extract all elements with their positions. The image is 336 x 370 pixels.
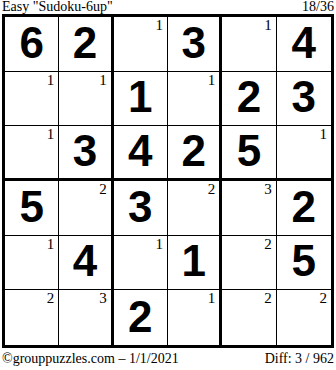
cell-r4c4[interactable]: 2 — [168, 181, 222, 236]
pencil-mark: 2 — [208, 181, 216, 198]
pencil-mark: 1 — [99, 72, 107, 89]
cell-r3c5[interactable]: 5 — [222, 126, 276, 181]
given-digit: 5 — [19, 185, 43, 229]
given-digit: 4 — [292, 21, 316, 65]
given-digit: 3 — [128, 185, 152, 229]
pencil-mark: 1 — [47, 236, 55, 253]
cell-r5c4[interactable]: 1 — [168, 236, 222, 291]
cell-r6c1[interactable]: 2 — [5, 290, 59, 345]
given-digit: 2 — [73, 21, 97, 65]
cell-r2c3[interactable]: 1 — [114, 72, 168, 127]
given-digit: 5 — [237, 129, 261, 173]
pencil-mark: 3 — [99, 290, 107, 307]
cell-r3c4[interactable]: 2 — [168, 126, 222, 181]
cell-r2c1[interactable]: 1 — [5, 72, 59, 127]
pencil-mark: 2 — [47, 290, 55, 307]
sudoku-page: Easy "Sudoku-6up" 18/36 6213141111231342… — [0, 0, 336, 370]
given-digit: 2 — [181, 129, 205, 173]
cell-r4c5[interactable]: 3 — [222, 181, 276, 236]
puzzle-header: Easy "Sudoku-6up" 18/36 — [0, 0, 336, 14]
cell-r2c4[interactable]: 1 — [168, 72, 222, 127]
cell-r2c6[interactable]: 3 — [277, 72, 331, 127]
sudoku-board: 621314111123134251523232141125232122 — [2, 14, 334, 348]
pencil-mark: 2 — [319, 290, 327, 307]
cell-r4c1[interactable]: 5 — [5, 181, 59, 236]
given-digit: 4 — [73, 239, 97, 283]
pencil-mark: 1 — [47, 126, 55, 143]
cell-r1c2[interactable]: 2 — [59, 17, 113, 72]
puzzle-counter: 18/36 — [302, 0, 334, 13]
given-digit: 3 — [292, 75, 316, 119]
cell-r5c5[interactable]: 2 — [222, 236, 276, 291]
pencil-mark: 1 — [155, 236, 163, 253]
given-digit: 2 — [292, 185, 316, 229]
given-digit: 1 — [181, 239, 205, 283]
cell-r2c2[interactable]: 1 — [59, 72, 113, 127]
pencil-mark: 1 — [319, 126, 327, 143]
pencil-mark: 1 — [47, 72, 55, 89]
cell-r5c2[interactable]: 4 — [59, 236, 113, 291]
cell-r3c6[interactable]: 1 — [277, 126, 331, 181]
cell-r5c1[interactable]: 1 — [5, 236, 59, 291]
given-digit: 4 — [128, 129, 152, 173]
cell-r4c3[interactable]: 3 — [114, 181, 168, 236]
cell-r1c1[interactable]: 6 — [5, 17, 59, 72]
puzzle-title: Easy "Sudoku-6up" — [2, 0, 113, 13]
cell-r6c2[interactable]: 3 — [59, 290, 113, 345]
cell-r1c4[interactable]: 3 — [168, 17, 222, 72]
pencil-mark: 1 — [208, 290, 216, 307]
given-digit: 2 — [128, 295, 152, 339]
cell-r3c1[interactable]: 1 — [5, 126, 59, 181]
given-digit: 5 — [292, 239, 316, 283]
cell-r6c5[interactable]: 2 — [222, 290, 276, 345]
cell-r2c5[interactable]: 2 — [222, 72, 276, 127]
cell-r4c6[interactable]: 2 — [277, 181, 331, 236]
given-digit: 3 — [181, 21, 205, 65]
pencil-mark: 1 — [155, 17, 163, 34]
cell-r6c4[interactable]: 1 — [168, 290, 222, 345]
cell-r3c2[interactable]: 3 — [59, 126, 113, 181]
cell-r6c6[interactable]: 2 — [277, 290, 331, 345]
pencil-mark: 2 — [264, 236, 272, 253]
given-digit: 1 — [128, 75, 152, 119]
cell-r5c6[interactable]: 5 — [277, 236, 331, 291]
given-digit: 3 — [73, 129, 97, 173]
cell-r4c2[interactable]: 2 — [59, 181, 113, 236]
cell-r3c3[interactable]: 4 — [114, 126, 168, 181]
cell-r6c3[interactable]: 2 — [114, 290, 168, 345]
pencil-mark: 1 — [264, 17, 272, 34]
pencil-mark: 2 — [99, 181, 107, 198]
cell-r1c3[interactable]: 1 — [114, 17, 168, 72]
difficulty-text: Diff: 3 / 962 — [265, 351, 334, 366]
cell-r1c5[interactable]: 1 — [222, 17, 276, 72]
cell-r5c3[interactable]: 1 — [114, 236, 168, 291]
given-digit: 2 — [237, 75, 261, 119]
given-digit: 6 — [19, 21, 43, 65]
pencil-mark: 3 — [264, 181, 272, 198]
copyright-text: ©grouppuzzles.com – 1/1/2021 — [2, 351, 179, 366]
puzzle-footer: ©grouppuzzles.com – 1/1/2021 Diff: 3 / 9… — [0, 348, 336, 366]
pencil-mark: 2 — [264, 290, 272, 307]
cell-r1c6[interactable]: 4 — [277, 17, 331, 72]
pencil-mark: 1 — [208, 72, 216, 89]
